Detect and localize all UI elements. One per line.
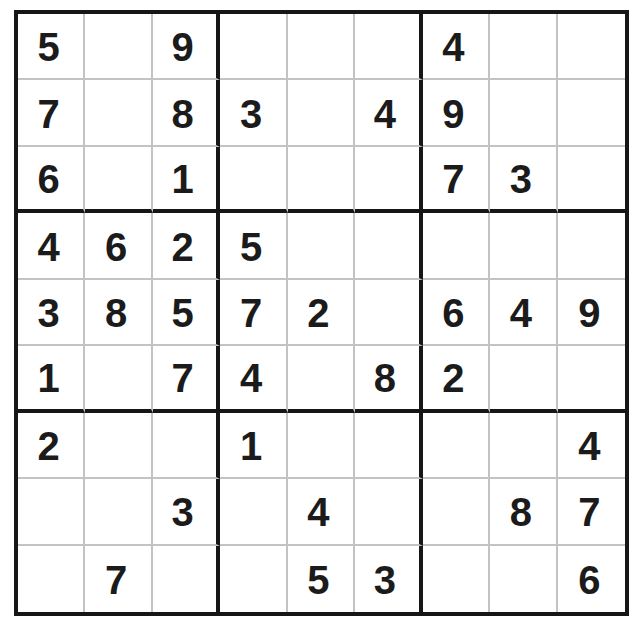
given-digit: 2 xyxy=(38,426,60,466)
cell-r4c6[interactable] xyxy=(355,213,422,279)
given-digit: 7 xyxy=(105,560,127,600)
cell-r1c7[interactable]: 4 xyxy=(423,14,490,80)
cell-r3c7[interactable]: 7 xyxy=(423,147,490,213)
cell-r4c7[interactable] xyxy=(423,213,490,279)
cell-r8c4[interactable] xyxy=(220,479,287,545)
given-digit: 3 xyxy=(374,560,396,600)
cell-r3c1[interactable]: 6 xyxy=(18,147,85,213)
cell-r3c5[interactable] xyxy=(288,147,355,213)
given-digit: 9 xyxy=(442,94,464,134)
cell-r4c5[interactable] xyxy=(288,213,355,279)
cell-r4c3[interactable]: 2 xyxy=(153,213,220,279)
cell-r2c2[interactable] xyxy=(85,80,152,146)
cell-r8c5[interactable]: 4 xyxy=(288,479,355,545)
given-digit: 6 xyxy=(105,227,127,267)
cell-r9c9[interactable]: 6 xyxy=(558,546,625,612)
given-digit: 7 xyxy=(578,492,600,532)
cell-r9c1[interactable] xyxy=(18,546,85,612)
cell-r5c4[interactable]: 7 xyxy=(220,280,287,346)
given-digit: 6 xyxy=(578,560,600,600)
cell-r2c5[interactable] xyxy=(288,80,355,146)
cell-r7c5[interactable] xyxy=(288,413,355,479)
given-digit: 3 xyxy=(171,492,193,532)
given-digit: 7 xyxy=(38,94,60,134)
cell-r2c1[interactable]: 7 xyxy=(18,80,85,146)
cell-r5c1[interactable]: 3 xyxy=(18,280,85,346)
given-digit: 7 xyxy=(171,358,193,398)
cell-r9c4[interactable] xyxy=(220,546,287,612)
given-digit: 2 xyxy=(307,293,329,333)
given-digit: 4 xyxy=(38,227,60,267)
cell-r4c2[interactable]: 6 xyxy=(85,213,152,279)
cell-r1c5[interactable] xyxy=(288,14,355,80)
cell-r5c2[interactable]: 8 xyxy=(85,280,152,346)
cell-r2c8[interactable] xyxy=(490,80,557,146)
cell-r2c9[interactable] xyxy=(558,80,625,146)
cell-r8c7[interactable] xyxy=(423,479,490,545)
cell-r5c8[interactable]: 4 xyxy=(490,280,557,346)
cell-r7c7[interactable] xyxy=(423,413,490,479)
given-digit: 8 xyxy=(374,358,396,398)
given-digit: 4 xyxy=(374,94,396,134)
cell-r6c1[interactable]: 1 xyxy=(18,346,85,412)
given-digit: 4 xyxy=(578,426,600,466)
cell-r8c1[interactable] xyxy=(18,479,85,545)
cell-r6c2[interactable] xyxy=(85,346,152,412)
cell-r7c9[interactable]: 4 xyxy=(558,413,625,479)
given-digit: 5 xyxy=(38,27,60,67)
cell-r9c6[interactable]: 3 xyxy=(355,546,422,612)
cell-r9c3[interactable] xyxy=(153,546,220,612)
cell-r5c9[interactable]: 9 xyxy=(558,280,625,346)
given-digit: 8 xyxy=(171,94,193,134)
cell-r9c7[interactable] xyxy=(423,546,490,612)
cell-r3c9[interactable] xyxy=(558,147,625,213)
cell-r7c6[interactable] xyxy=(355,413,422,479)
cell-r8c3[interactable]: 3 xyxy=(153,479,220,545)
cell-r6c8[interactable] xyxy=(490,346,557,412)
cell-r6c4[interactable]: 4 xyxy=(220,346,287,412)
given-digit: 8 xyxy=(510,492,532,532)
given-digit: 1 xyxy=(38,358,60,398)
cell-r7c4[interactable]: 1 xyxy=(220,413,287,479)
given-digit: 7 xyxy=(442,159,464,199)
cell-r7c8[interactable] xyxy=(490,413,557,479)
given-digit: 2 xyxy=(442,358,464,398)
cell-r6c5[interactable] xyxy=(288,346,355,412)
cell-r5c3[interactable]: 5 xyxy=(153,280,220,346)
given-digit: 8 xyxy=(105,293,127,333)
cell-r1c6[interactable] xyxy=(355,14,422,80)
given-digit: 5 xyxy=(171,293,193,333)
cell-r2c3[interactable]: 8 xyxy=(153,80,220,146)
cell-r6c9[interactable] xyxy=(558,346,625,412)
given-digit: 7 xyxy=(240,293,262,333)
cell-r1c8[interactable] xyxy=(490,14,557,80)
cell-r4c4[interactable]: 5 xyxy=(220,213,287,279)
given-digit: 4 xyxy=(240,358,262,398)
cell-r4c9[interactable] xyxy=(558,213,625,279)
cell-r8c6[interactable] xyxy=(355,479,422,545)
cell-r1c1[interactable]: 5 xyxy=(18,14,85,80)
given-digit: 4 xyxy=(510,293,532,333)
cell-r7c3[interactable] xyxy=(153,413,220,479)
cell-r3c3[interactable]: 1 xyxy=(153,147,220,213)
given-digit: 5 xyxy=(240,227,262,267)
given-digit: 3 xyxy=(510,159,532,199)
given-digit: 6 xyxy=(38,159,60,199)
given-digit: 6 xyxy=(442,293,464,333)
cell-r8c8[interactable]: 8 xyxy=(490,479,557,545)
cell-r5c5[interactable]: 2 xyxy=(288,280,355,346)
cell-r8c9[interactable]: 7 xyxy=(558,479,625,545)
cell-r1c3[interactable]: 9 xyxy=(153,14,220,80)
cell-r1c2[interactable] xyxy=(85,14,152,80)
given-digit: 2 xyxy=(171,227,193,267)
cell-r9c5[interactable]: 5 xyxy=(288,546,355,612)
given-digit: 4 xyxy=(307,492,329,532)
cell-r6c3[interactable]: 7 xyxy=(153,346,220,412)
given-digit: 1 xyxy=(171,159,193,199)
cell-r1c4[interactable] xyxy=(220,14,287,80)
cell-r3c6[interactable] xyxy=(355,147,422,213)
cell-r4c1[interactable]: 4 xyxy=(18,213,85,279)
cell-r5c6[interactable] xyxy=(355,280,422,346)
cell-r5c7[interactable]: 6 xyxy=(423,280,490,346)
sudoku-board: 5947834961734625385726491748221434877536 xyxy=(14,10,629,616)
cell-r2c6[interactable]: 4 xyxy=(355,80,422,146)
given-digit: 5 xyxy=(307,560,329,600)
cell-r3c4[interactable] xyxy=(220,147,287,213)
given-digit: 3 xyxy=(240,94,262,134)
cell-r2c7[interactable]: 9 xyxy=(423,80,490,146)
cell-r1c9[interactable] xyxy=(558,14,625,80)
cell-r6c7[interactable]: 2 xyxy=(423,346,490,412)
given-digit: 1 xyxy=(240,426,262,466)
cell-r7c2[interactable] xyxy=(85,413,152,479)
cell-r8c2[interactable] xyxy=(85,479,152,545)
cell-r4c8[interactable] xyxy=(490,213,557,279)
cell-r2c4[interactable]: 3 xyxy=(220,80,287,146)
cell-r9c8[interactable] xyxy=(490,546,557,612)
given-digit: 4 xyxy=(442,27,464,67)
cell-r7c1[interactable]: 2 xyxy=(18,413,85,479)
cell-r9c2[interactable]: 7 xyxy=(85,546,152,612)
given-digit: 3 xyxy=(38,293,60,333)
given-digit: 9 xyxy=(578,293,600,333)
cell-r3c8[interactable]: 3 xyxy=(490,147,557,213)
cell-r3c2[interactable] xyxy=(85,147,152,213)
cell-r6c6[interactable]: 8 xyxy=(355,346,422,412)
given-digit: 9 xyxy=(171,27,193,67)
